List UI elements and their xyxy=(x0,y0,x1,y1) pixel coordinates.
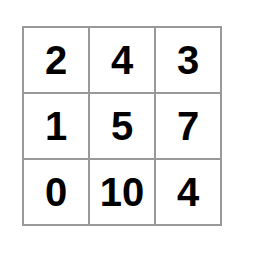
grid-cell-r1c3[interactable]: 3 xyxy=(156,28,220,92)
grid-cell-r2c2[interactable]: 5 xyxy=(90,94,154,158)
grid-cell-r1c1[interactable]: 2 xyxy=(24,28,88,92)
number-grid-board: 2 4 3 1 5 7 0 10 4 xyxy=(22,26,222,226)
grid-cell-r2c3[interactable]: 7 xyxy=(156,94,220,158)
grid-cell-r3c3[interactable]: 4 xyxy=(156,160,220,224)
grid-cell-r1c2[interactable]: 4 xyxy=(90,28,154,92)
grid-cell-r3c1[interactable]: 0 xyxy=(24,160,88,224)
grid-cell-r3c2[interactable]: 10 xyxy=(90,160,154,224)
grid-cell-r2c1[interactable]: 1 xyxy=(24,94,88,158)
